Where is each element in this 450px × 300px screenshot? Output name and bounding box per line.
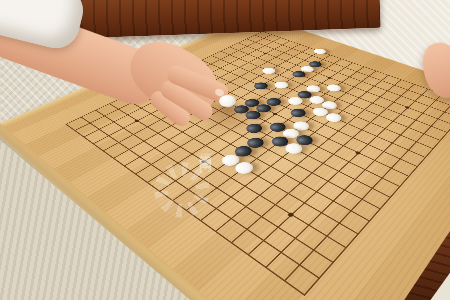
photo-stage: 摄图网 [0, 0, 450, 300]
stone-white-in-hand[interactable] [219, 95, 236, 107]
